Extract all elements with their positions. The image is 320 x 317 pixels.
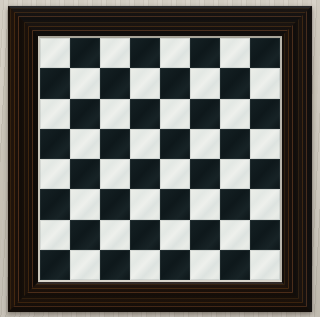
- square-a8[interactable]: [40, 38, 70, 68]
- square-g3[interactable]: [220, 189, 250, 219]
- square-g6[interactable]: [220, 99, 250, 129]
- square-h8[interactable]: [250, 38, 280, 68]
- square-e3[interactable]: [160, 189, 190, 219]
- square-b8[interactable]: [70, 38, 100, 68]
- square-b6[interactable]: [70, 99, 100, 129]
- square-e4[interactable]: [160, 159, 190, 189]
- square-b7[interactable]: [70, 68, 100, 98]
- square-g5[interactable]: [220, 129, 250, 159]
- square-a7[interactable]: [40, 68, 70, 98]
- square-e6[interactable]: [160, 99, 190, 129]
- square-h6[interactable]: [250, 99, 280, 129]
- square-g7[interactable]: [220, 68, 250, 98]
- square-c2[interactable]: [100, 220, 130, 250]
- square-d6[interactable]: [130, 99, 160, 129]
- square-b5[interactable]: [70, 129, 100, 159]
- square-c1[interactable]: [100, 250, 130, 280]
- square-b2[interactable]: [70, 220, 100, 250]
- square-b3[interactable]: [70, 189, 100, 219]
- square-g2[interactable]: [220, 220, 250, 250]
- square-a6[interactable]: [40, 99, 70, 129]
- square-f8[interactable]: [190, 38, 220, 68]
- chess-board: [38, 36, 282, 282]
- square-a5[interactable]: [40, 129, 70, 159]
- square-c3[interactable]: [100, 189, 130, 219]
- square-f7[interactable]: [190, 68, 220, 98]
- square-e5[interactable]: [160, 129, 190, 159]
- square-a3[interactable]: [40, 189, 70, 219]
- chess-board-frame: [8, 6, 312, 312]
- square-g8[interactable]: [220, 38, 250, 68]
- square-d1[interactable]: [130, 250, 160, 280]
- square-h7[interactable]: [250, 68, 280, 98]
- square-c8[interactable]: [100, 38, 130, 68]
- square-e7[interactable]: [160, 68, 190, 98]
- square-d7[interactable]: [130, 68, 160, 98]
- square-d4[interactable]: [130, 159, 160, 189]
- square-f2[interactable]: [190, 220, 220, 250]
- square-b4[interactable]: [70, 159, 100, 189]
- square-f1[interactable]: [190, 250, 220, 280]
- square-g4[interactable]: [220, 159, 250, 189]
- square-d2[interactable]: [130, 220, 160, 250]
- square-f5[interactable]: [190, 129, 220, 159]
- square-d5[interactable]: [130, 129, 160, 159]
- square-f4[interactable]: [190, 159, 220, 189]
- square-e1[interactable]: [160, 250, 190, 280]
- square-g1[interactable]: [220, 250, 250, 280]
- square-f3[interactable]: [190, 189, 220, 219]
- table-surface: [0, 0, 320, 317]
- square-a1[interactable]: [40, 250, 70, 280]
- frame-edge-bottom: [8, 282, 312, 312]
- square-f6[interactable]: [190, 99, 220, 129]
- square-c7[interactable]: [100, 68, 130, 98]
- frame-edge-left: [8, 6, 38, 312]
- square-h4[interactable]: [250, 159, 280, 189]
- square-c6[interactable]: [100, 99, 130, 129]
- frame-edge-top: [8, 6, 312, 36]
- square-h5[interactable]: [250, 129, 280, 159]
- frame-edge-right: [282, 6, 312, 312]
- square-e8[interactable]: [160, 38, 190, 68]
- square-c4[interactable]: [100, 159, 130, 189]
- square-a4[interactable]: [40, 159, 70, 189]
- square-h3[interactable]: [250, 189, 280, 219]
- square-b1[interactable]: [70, 250, 100, 280]
- square-h1[interactable]: [250, 250, 280, 280]
- square-d8[interactable]: [130, 38, 160, 68]
- square-d3[interactable]: [130, 189, 160, 219]
- square-e2[interactable]: [160, 220, 190, 250]
- square-h2[interactable]: [250, 220, 280, 250]
- square-c5[interactable]: [100, 129, 130, 159]
- square-a2[interactable]: [40, 220, 70, 250]
